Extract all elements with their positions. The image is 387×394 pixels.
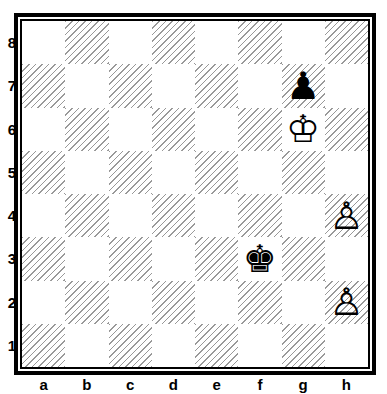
square-h4[interactable]: ♙ xyxy=(325,194,368,237)
square-e6[interactable] xyxy=(195,108,238,151)
square-f4[interactable] xyxy=(238,194,281,237)
white-pawn-h2[interactable]: ♙ xyxy=(329,283,363,321)
file-label-f: f xyxy=(238,374,281,394)
chess-diagram: 87654321 ♟♔♙♚♙ abcdefgh xyxy=(0,0,387,394)
square-d5[interactable] xyxy=(152,151,195,194)
square-g3[interactable] xyxy=(282,237,325,280)
square-h3[interactable] xyxy=(325,237,368,280)
file-label-b: b xyxy=(65,374,108,394)
square-h1[interactable] xyxy=(325,324,368,367)
file-label-h: h xyxy=(325,374,368,394)
square-d7[interactable] xyxy=(152,64,195,107)
square-h5[interactable] xyxy=(325,151,368,194)
square-c6[interactable] xyxy=(109,108,152,151)
board: ♟♔♙♚♙ xyxy=(22,21,368,367)
file-label-a: a xyxy=(22,374,65,394)
square-h8[interactable] xyxy=(325,21,368,64)
square-b4[interactable] xyxy=(65,194,108,237)
square-f3[interactable]: ♚ xyxy=(238,237,281,280)
square-c2[interactable] xyxy=(109,281,152,324)
square-c8[interactable] xyxy=(109,21,152,64)
square-a8[interactable] xyxy=(22,21,65,64)
square-a4[interactable] xyxy=(22,194,65,237)
square-f2[interactable] xyxy=(238,281,281,324)
square-g2[interactable] xyxy=(282,281,325,324)
square-g8[interactable] xyxy=(282,21,325,64)
square-c3[interactable] xyxy=(109,237,152,280)
square-b2[interactable] xyxy=(65,281,108,324)
square-d8[interactable] xyxy=(152,21,195,64)
square-d4[interactable] xyxy=(152,194,195,237)
square-f1[interactable] xyxy=(238,324,281,367)
square-b1[interactable] xyxy=(65,324,108,367)
square-a7[interactable] xyxy=(22,64,65,107)
square-a1[interactable] xyxy=(22,324,65,367)
white-pawn-h4[interactable]: ♙ xyxy=(329,197,363,235)
square-g7[interactable]: ♟ xyxy=(282,64,325,107)
square-e2[interactable] xyxy=(195,281,238,324)
square-c7[interactable] xyxy=(109,64,152,107)
square-a2[interactable] xyxy=(22,281,65,324)
square-e4[interactable] xyxy=(195,194,238,237)
square-d2[interactable] xyxy=(152,281,195,324)
square-d3[interactable] xyxy=(152,237,195,280)
square-a3[interactable] xyxy=(22,237,65,280)
square-c4[interactable] xyxy=(109,194,152,237)
square-d6[interactable] xyxy=(152,108,195,151)
square-g6[interactable]: ♔ xyxy=(282,108,325,151)
square-e8[interactable] xyxy=(195,21,238,64)
file-label-d: d xyxy=(152,374,195,394)
black-king-f3[interactable]: ♚ xyxy=(243,240,277,278)
square-f8[interactable] xyxy=(238,21,281,64)
square-e5[interactable] xyxy=(195,151,238,194)
square-d1[interactable] xyxy=(152,324,195,367)
square-g1[interactable] xyxy=(282,324,325,367)
square-g4[interactable] xyxy=(282,194,325,237)
file-label-g: g xyxy=(282,374,325,394)
square-b7[interactable] xyxy=(65,64,108,107)
file-labels: abcdefgh xyxy=(22,374,368,394)
square-h6[interactable] xyxy=(325,108,368,151)
square-h7[interactable] xyxy=(325,64,368,107)
black-pawn-g7[interactable]: ♟ xyxy=(286,67,320,105)
square-e7[interactable] xyxy=(195,64,238,107)
square-f6[interactable] xyxy=(238,108,281,151)
square-b5[interactable] xyxy=(65,151,108,194)
square-c1[interactable] xyxy=(109,324,152,367)
square-b6[interactable] xyxy=(65,108,108,151)
square-b3[interactable] xyxy=(65,237,108,280)
board-inner-border: ♟♔♙♚♙ xyxy=(20,19,370,369)
square-f7[interactable] xyxy=(238,64,281,107)
square-e1[interactable] xyxy=(195,324,238,367)
square-c5[interactable] xyxy=(109,151,152,194)
square-e3[interactable] xyxy=(195,237,238,280)
white-king-g6[interactable]: ♔ xyxy=(286,110,320,148)
square-h2[interactable]: ♙ xyxy=(325,281,368,324)
file-label-e: e xyxy=(195,374,238,394)
square-g5[interactable] xyxy=(282,151,325,194)
square-a5[interactable] xyxy=(22,151,65,194)
square-f5[interactable] xyxy=(238,151,281,194)
square-a6[interactable] xyxy=(22,108,65,151)
square-b8[interactable] xyxy=(65,21,108,64)
file-label-c: c xyxy=(109,374,152,394)
board-border: ♟♔♙♚♙ xyxy=(14,13,376,375)
